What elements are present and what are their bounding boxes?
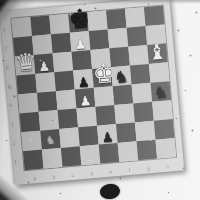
square-h6[interactable]: ♝ xyxy=(147,43,168,64)
square-d2[interactable] xyxy=(78,126,99,147)
file-label-f: f xyxy=(120,166,139,174)
file-label-b: b xyxy=(44,173,63,181)
rank-label-2: 2 xyxy=(11,133,16,152)
square-h1[interactable] xyxy=(155,138,176,159)
square-a8[interactable] xyxy=(11,17,32,38)
black-king[interactable]: ♚ xyxy=(68,5,89,33)
square-h2[interactable] xyxy=(154,119,175,140)
square-a1[interactable] xyxy=(23,150,44,171)
square-g8[interactable] xyxy=(125,7,146,28)
square-a6[interactable]: ♛ xyxy=(15,55,36,76)
rank-label-7: 7 xyxy=(3,38,8,57)
square-d1[interactable] xyxy=(80,145,101,166)
rank-label-6: 6 xyxy=(5,57,10,76)
square-f3[interactable] xyxy=(114,103,135,124)
square-d8[interactable]: ♚ xyxy=(68,12,89,33)
square-c1[interactable] xyxy=(61,146,82,167)
square-g5[interactable] xyxy=(130,64,151,85)
square-h8[interactable] xyxy=(144,6,165,27)
square-b2[interactable]: ♞ xyxy=(40,129,61,150)
square-c5[interactable] xyxy=(54,71,75,92)
square-f5[interactable]: ♞ xyxy=(111,66,132,87)
square-e1[interactable] xyxy=(99,143,120,164)
square-h4[interactable]: ♞ xyxy=(151,81,172,102)
square-c2[interactable] xyxy=(59,127,80,148)
square-f1[interactable] xyxy=(118,141,139,162)
square-a3[interactable] xyxy=(20,112,41,133)
square-g7[interactable] xyxy=(127,26,148,47)
board-grid: ♚♟♛♟♝♟♚♞♟♞♞♟ xyxy=(11,6,176,171)
square-e7[interactable] xyxy=(89,29,110,50)
square-f2[interactable] xyxy=(116,122,137,143)
square-b6[interactable]: ♟ xyxy=(34,53,55,74)
square-b1[interactable] xyxy=(42,148,63,169)
off-board-piece-blob xyxy=(99,183,121,200)
square-e5[interactable]: ♚ xyxy=(92,67,113,88)
file-label-d: d xyxy=(82,170,101,178)
square-g3[interactable] xyxy=(133,102,154,123)
square-g6[interactable] xyxy=(128,45,149,66)
square-e2[interactable]: ♟ xyxy=(97,124,118,145)
black-knight[interactable]: ♞ xyxy=(151,84,171,102)
square-a5[interactable] xyxy=(16,74,37,95)
square-h5[interactable] xyxy=(149,62,170,83)
file-label-a: a xyxy=(25,174,44,182)
white-queen[interactable]: ♛ xyxy=(14,50,35,76)
square-f8[interactable] xyxy=(106,9,127,30)
maker-logo-knight-icon: ♞ xyxy=(41,134,61,147)
square-b4[interactable] xyxy=(37,91,58,112)
chess-board: ♚♟♛♟♝♟♚♞♟♞♞♟ 87654321 abcdefgh o xyxy=(0,0,184,185)
square-f7[interactable] xyxy=(108,28,129,49)
frame-mark: o xyxy=(8,83,12,90)
square-f4[interactable] xyxy=(113,85,134,106)
rank-label-8: 8 xyxy=(1,19,6,38)
square-a4[interactable] xyxy=(18,93,39,114)
square-b3[interactable] xyxy=(39,110,60,131)
square-e4[interactable] xyxy=(94,86,115,107)
square-e8[interactable] xyxy=(87,10,108,31)
square-c6[interactable] xyxy=(53,52,74,73)
square-c4[interactable] xyxy=(56,89,77,110)
square-h3[interactable] xyxy=(152,100,173,121)
square-b8[interactable] xyxy=(30,15,51,36)
black-knight[interactable]: ♞ xyxy=(111,69,131,87)
square-d4[interactable]: ♟ xyxy=(75,88,96,109)
rank-label-4: 4 xyxy=(8,95,13,114)
square-a2[interactable] xyxy=(21,131,42,152)
square-b5[interactable] xyxy=(35,72,56,93)
file-label-g: g xyxy=(139,165,158,173)
rank-label-1: 1 xyxy=(13,152,18,171)
square-d3[interactable] xyxy=(76,107,97,128)
file-label-e: e xyxy=(101,168,120,176)
square-d7[interactable]: ♟ xyxy=(70,31,91,52)
square-c3[interactable] xyxy=(58,108,79,129)
file-label-c: c xyxy=(63,171,82,179)
square-c7[interactable] xyxy=(51,33,72,54)
white-bishop[interactable]: ♝ xyxy=(147,41,168,64)
square-g4[interactable] xyxy=(132,83,153,104)
file-label-h: h xyxy=(158,163,177,171)
square-e3[interactable] xyxy=(95,105,116,126)
square-d6[interactable] xyxy=(71,50,92,71)
square-d5[interactable]: ♟ xyxy=(73,69,94,90)
film-grain-light xyxy=(0,0,1,1)
square-c8[interactable] xyxy=(49,14,70,35)
square-g1[interactable] xyxy=(137,140,158,161)
white-king[interactable]: ♚ xyxy=(91,60,112,88)
board-photo: ♚♟♛♟♝♟♚♞♟♞♞♟ 87654321 abcdefgh o xyxy=(0,0,200,200)
rank-label-3: 3 xyxy=(10,114,15,133)
film-grain-dark xyxy=(0,0,1,1)
square-g2[interactable] xyxy=(135,121,156,142)
